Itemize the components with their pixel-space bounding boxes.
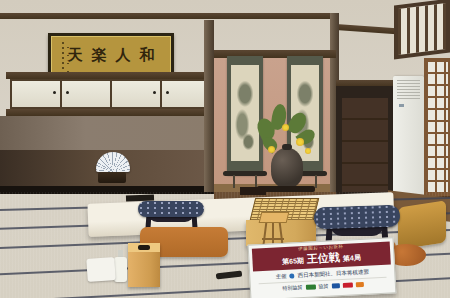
komadai-top [259,212,290,223]
cupboard-door [112,81,160,107]
match-venue-room: 天楽人和 [0,0,450,298]
air-conditioner [393,76,424,210]
cupboard-door [162,81,210,107]
sponsor-logo-icon [342,282,352,288]
hanging-scroll-left [227,56,263,174]
sponsor-logo-icon [355,281,363,286]
sign-special-sponsor-label: 特別協賛 [282,284,302,291]
match-signboard: 伊藤園お～いお茶杯 第65期 王位戦 第4局 主催 西日本新聞社、日本将棋連盟 … [248,237,397,298]
calligraphy-inscription [61,42,71,72]
sign-game-number: 第4局 [343,253,361,264]
cupboard-lintel [6,72,214,79]
cupboard-door [12,81,60,107]
ac-vent [397,80,420,100]
sign-title-band: 伊藤園お～いお茶杯 第65期 王位戦 第4局 [252,241,391,271]
waste-box-slot [138,245,150,250]
sponsor-logo-icon [331,283,339,288]
piece-box-tray [240,187,266,195]
wipes-box [86,257,116,282]
sign-title: 王位戦 [307,250,341,267]
transom-ranma [394,0,450,59]
special-sponsor-logo-icon [305,284,315,290]
gold-cushion [398,200,446,250]
shoji-door [424,58,450,196]
sign-organizer-label: 主催 [275,273,286,281]
sign-sponsor-row: 特別協賛 協賛 [254,279,392,292]
cupboard-base-beam [6,109,214,116]
tokobashira-pillar [204,20,214,192]
sign-sponsor-label: 協賛 [318,283,328,290]
sign-term: 第65期 [282,256,304,267]
wooden-cabinet [342,98,388,192]
ceramic-vase [271,148,303,188]
organizer-logo-icon [289,273,294,278]
wooden-waste-box [128,243,160,287]
ac-display [399,104,404,107]
calligraphy-text: 天楽人和 [59,46,164,65]
ceiling-beam-left [0,13,338,19]
scroll-painting [231,65,259,161]
fan-stand [98,172,126,183]
cupboard-door [62,81,110,107]
wall-cupboard [10,79,212,109]
scroll-roller [223,171,267,176]
